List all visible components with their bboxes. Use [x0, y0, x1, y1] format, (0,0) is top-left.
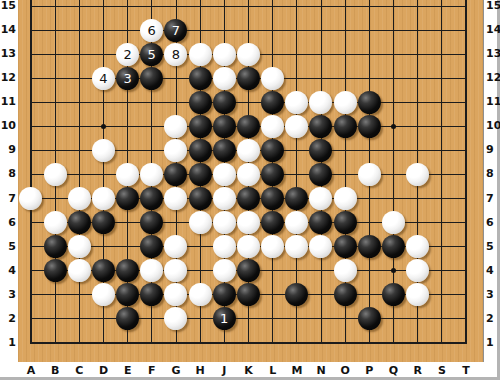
stone-O6[interactable] — [334, 211, 357, 234]
stone-C6[interactable] — [68, 211, 91, 234]
stone-H12[interactable] — [189, 67, 212, 90]
row-label-right-10: 10 — [486, 120, 498, 132]
stone-E7[interactable] — [116, 187, 139, 210]
row-label-right-11: 11 — [486, 96, 498, 108]
stone-P10[interactable] — [358, 115, 381, 138]
row-label-right-6: 6 — [486, 217, 498, 229]
stone-A7[interactable] — [19, 187, 42, 210]
row-label-right-5: 5 — [486, 241, 498, 253]
stone-G8[interactable] — [164, 163, 187, 186]
row-label-right-8: 8 — [486, 168, 498, 180]
column-label-S: S — [434, 364, 450, 377]
column-label-K: K — [241, 364, 257, 377]
stone-R3[interactable] — [406, 283, 429, 306]
row-label-left-13: 13 — [0, 48, 16, 60]
stone-D3[interactable] — [92, 283, 115, 306]
stone-K10[interactable] — [237, 115, 260, 138]
stone-H11[interactable] — [189, 91, 212, 114]
stone-L6[interactable] — [261, 211, 284, 234]
stone-L11[interactable] — [261, 91, 284, 114]
move-number-label: 2 — [123, 48, 131, 61]
stone-D9[interactable] — [92, 139, 115, 162]
row-label-right-12: 12 — [486, 72, 498, 84]
stone-F12[interactable] — [140, 67, 163, 90]
column-label-P: P — [361, 364, 377, 377]
stone-L10[interactable] — [261, 115, 284, 138]
row-label-left-9: 9 — [0, 144, 16, 156]
column-label-L: L — [265, 364, 281, 377]
stone-H13[interactable] — [189, 43, 212, 66]
row-label-left-8: 8 — [0, 168, 16, 180]
stone-L12[interactable] — [261, 67, 284, 90]
move-number-label: 8 — [172, 48, 180, 61]
row-label-right-9: 9 — [486, 144, 498, 156]
stone-G13[interactable]: 8 — [164, 43, 187, 66]
stone-J13[interactable] — [213, 43, 236, 66]
row-label-left-7: 7 — [0, 193, 16, 205]
row-label-right-15: 15 — [486, 0, 498, 12]
stone-R8[interactable] — [406, 163, 429, 186]
row-label-left-15: 15 — [0, 0, 16, 12]
stone-J3[interactable] — [213, 283, 236, 306]
stone-G3[interactable] — [164, 283, 187, 306]
stone-G4[interactable] — [164, 259, 187, 282]
row-label-left-2: 2 — [0, 313, 16, 325]
stone-P8[interactable] — [358, 163, 381, 186]
row-label-left-6: 6 — [0, 217, 16, 229]
stone-N9[interactable] — [309, 139, 332, 162]
stone-J8[interactable] — [213, 163, 236, 186]
column-label-R: R — [410, 364, 426, 377]
row-label-right-7: 7 — [486, 193, 498, 205]
stone-H7[interactable] — [189, 187, 212, 210]
stone-O5[interactable] — [334, 235, 357, 258]
stone-N11[interactable] — [309, 91, 332, 114]
stone-G7[interactable] — [164, 187, 187, 210]
stone-O10[interactable] — [334, 115, 357, 138]
stone-K5[interactable] — [237, 235, 260, 258]
stone-F7[interactable] — [140, 187, 163, 210]
stone-B5[interactable] — [44, 235, 67, 258]
row-label-right-14: 14 — [486, 24, 498, 36]
column-label-H: H — [192, 364, 208, 377]
stone-P2[interactable] — [358, 307, 381, 330]
stone-M7[interactable] — [285, 187, 308, 210]
stone-M5[interactable] — [285, 235, 308, 258]
stone-L7[interactable] — [261, 187, 284, 210]
stone-D7[interactable] — [92, 187, 115, 210]
stone-J9[interactable] — [213, 139, 236, 162]
stone-H10[interactable] — [189, 115, 212, 138]
stone-E13[interactable]: 2 — [116, 43, 139, 66]
column-label-Q: Q — [386, 364, 402, 377]
move-number-label: 7 — [172, 24, 180, 37]
move-number-label: 3 — [123, 72, 131, 85]
stone-P11[interactable] — [358, 91, 381, 114]
row-label-left-4: 4 — [0, 265, 16, 277]
move-number-label: 5 — [148, 48, 156, 61]
stone-C4[interactable] — [68, 259, 91, 282]
column-label-B: B — [47, 364, 63, 377]
stone-L9[interactable] — [261, 139, 284, 162]
stone-K13[interactable] — [237, 43, 260, 66]
row-label-left-12: 12 — [0, 72, 16, 84]
stone-M11[interactable] — [285, 91, 308, 114]
stone-J6[interactable] — [213, 211, 236, 234]
column-label-C: C — [71, 364, 87, 377]
stone-Q5[interactable] — [382, 235, 405, 258]
stone-H8[interactable] — [189, 163, 212, 186]
column-label-M: M — [289, 364, 305, 377]
stone-J10[interactable] — [213, 115, 236, 138]
stone-H9[interactable] — [189, 139, 212, 162]
stone-F14[interactable]: 6 — [140, 19, 163, 42]
stone-O7[interactable] — [334, 187, 357, 210]
column-label-O: O — [337, 364, 353, 377]
row-label-right-4: 4 — [486, 265, 498, 277]
go-board-screenshot: 67258431 1515141413131212111110109988776… — [0, 0, 500, 380]
stone-P5[interactable] — [358, 235, 381, 258]
stone-F8[interactable] — [140, 163, 163, 186]
stone-N5[interactable] — [309, 235, 332, 258]
stone-L5[interactable] — [261, 235, 284, 258]
stone-B6[interactable] — [44, 211, 67, 234]
stone-O3[interactable] — [334, 283, 357, 306]
row-label-left-10: 10 — [0, 120, 16, 132]
move-number-label: 4 — [99, 72, 107, 85]
stone-K3[interactable] — [237, 283, 260, 306]
stone-H3[interactable] — [189, 283, 212, 306]
stone-B4[interactable] — [44, 259, 67, 282]
stone-G14[interactable]: 7 — [164, 19, 187, 42]
column-label-A: A — [23, 364, 39, 377]
stone-J5[interactable] — [213, 235, 236, 258]
row-label-right-13: 13 — [486, 48, 498, 60]
stone-G5[interactable] — [164, 235, 187, 258]
stone-O11[interactable] — [334, 91, 357, 114]
stone-D6[interactable] — [92, 211, 115, 234]
row-label-right-1: 1 — [486, 337, 498, 349]
row-label-left-5: 5 — [0, 241, 16, 253]
stone-E2[interactable] — [116, 307, 139, 330]
stone-R5[interactable] — [406, 235, 429, 258]
stone-H6[interactable] — [189, 211, 212, 234]
stone-E4[interactable] — [116, 259, 139, 282]
stone-Q3[interactable] — [382, 283, 405, 306]
stone-F5[interactable] — [140, 235, 163, 258]
column-label-E: E — [120, 364, 136, 377]
stone-K7[interactable] — [237, 187, 260, 210]
stone-F3[interactable] — [140, 283, 163, 306]
stone-F13[interactable]: 5 — [140, 43, 163, 66]
stone-C7[interactable] — [68, 187, 91, 210]
stone-F4[interactable] — [140, 259, 163, 282]
stone-N7[interactable] — [309, 187, 332, 210]
stone-M3[interactable] — [285, 283, 308, 306]
stone-K9[interactable] — [237, 139, 260, 162]
column-label-D: D — [96, 364, 112, 377]
stone-O4[interactable] — [334, 259, 357, 282]
column-label-G: G — [168, 364, 184, 377]
stone-N8[interactable] — [309, 163, 332, 186]
stone-E8[interactable] — [116, 163, 139, 186]
stone-N6[interactable] — [309, 211, 332, 234]
stone-D4[interactable] — [92, 259, 115, 282]
stone-M6[interactable] — [285, 211, 308, 234]
stone-N10[interactable] — [309, 115, 332, 138]
stone-L8[interactable] — [261, 163, 284, 186]
row-label-right-3: 3 — [486, 289, 498, 301]
move-number-label: 6 — [148, 24, 156, 37]
stone-G2[interactable] — [164, 307, 187, 330]
stone-G9[interactable] — [164, 139, 187, 162]
stone-C5[interactable] — [68, 235, 91, 258]
move-number-label: 1 — [220, 312, 228, 325]
row-label-right-2: 2 — [486, 313, 498, 325]
stone-J12[interactable] — [213, 67, 236, 90]
stone-E12[interactable]: 3 — [116, 67, 139, 90]
stone-K8[interactable] — [237, 163, 260, 186]
column-label-T: T — [458, 364, 474, 377]
row-label-left-3: 3 — [0, 289, 16, 301]
stone-E3[interactable] — [116, 283, 139, 306]
stone-K6[interactable] — [237, 211, 260, 234]
stone-grid: 67258431 — [19, 0, 478, 355]
stone-Q6[interactable] — [382, 211, 405, 234]
stone-G10[interactable] — [164, 115, 187, 138]
stone-K4[interactable] — [237, 259, 260, 282]
stone-F6[interactable] — [140, 211, 163, 234]
stone-M10[interactable] — [285, 115, 308, 138]
row-label-left-11: 11 — [0, 96, 16, 108]
row-label-left-14: 14 — [0, 24, 16, 36]
stone-J7[interactable] — [213, 187, 236, 210]
row-label-left-1: 1 — [0, 337, 16, 349]
stone-K12[interactable] — [237, 67, 260, 90]
stone-D12[interactable]: 4 — [92, 67, 115, 90]
column-label-N: N — [313, 364, 329, 377]
column-label-F: F — [144, 364, 160, 377]
stone-B8[interactable] — [44, 163, 67, 186]
stone-J4[interactable] — [213, 259, 236, 282]
stone-J11[interactable] — [213, 91, 236, 114]
column-label-J: J — [216, 364, 232, 377]
stone-R4[interactable] — [406, 259, 429, 282]
stone-J2[interactable]: 1 — [213, 307, 236, 330]
